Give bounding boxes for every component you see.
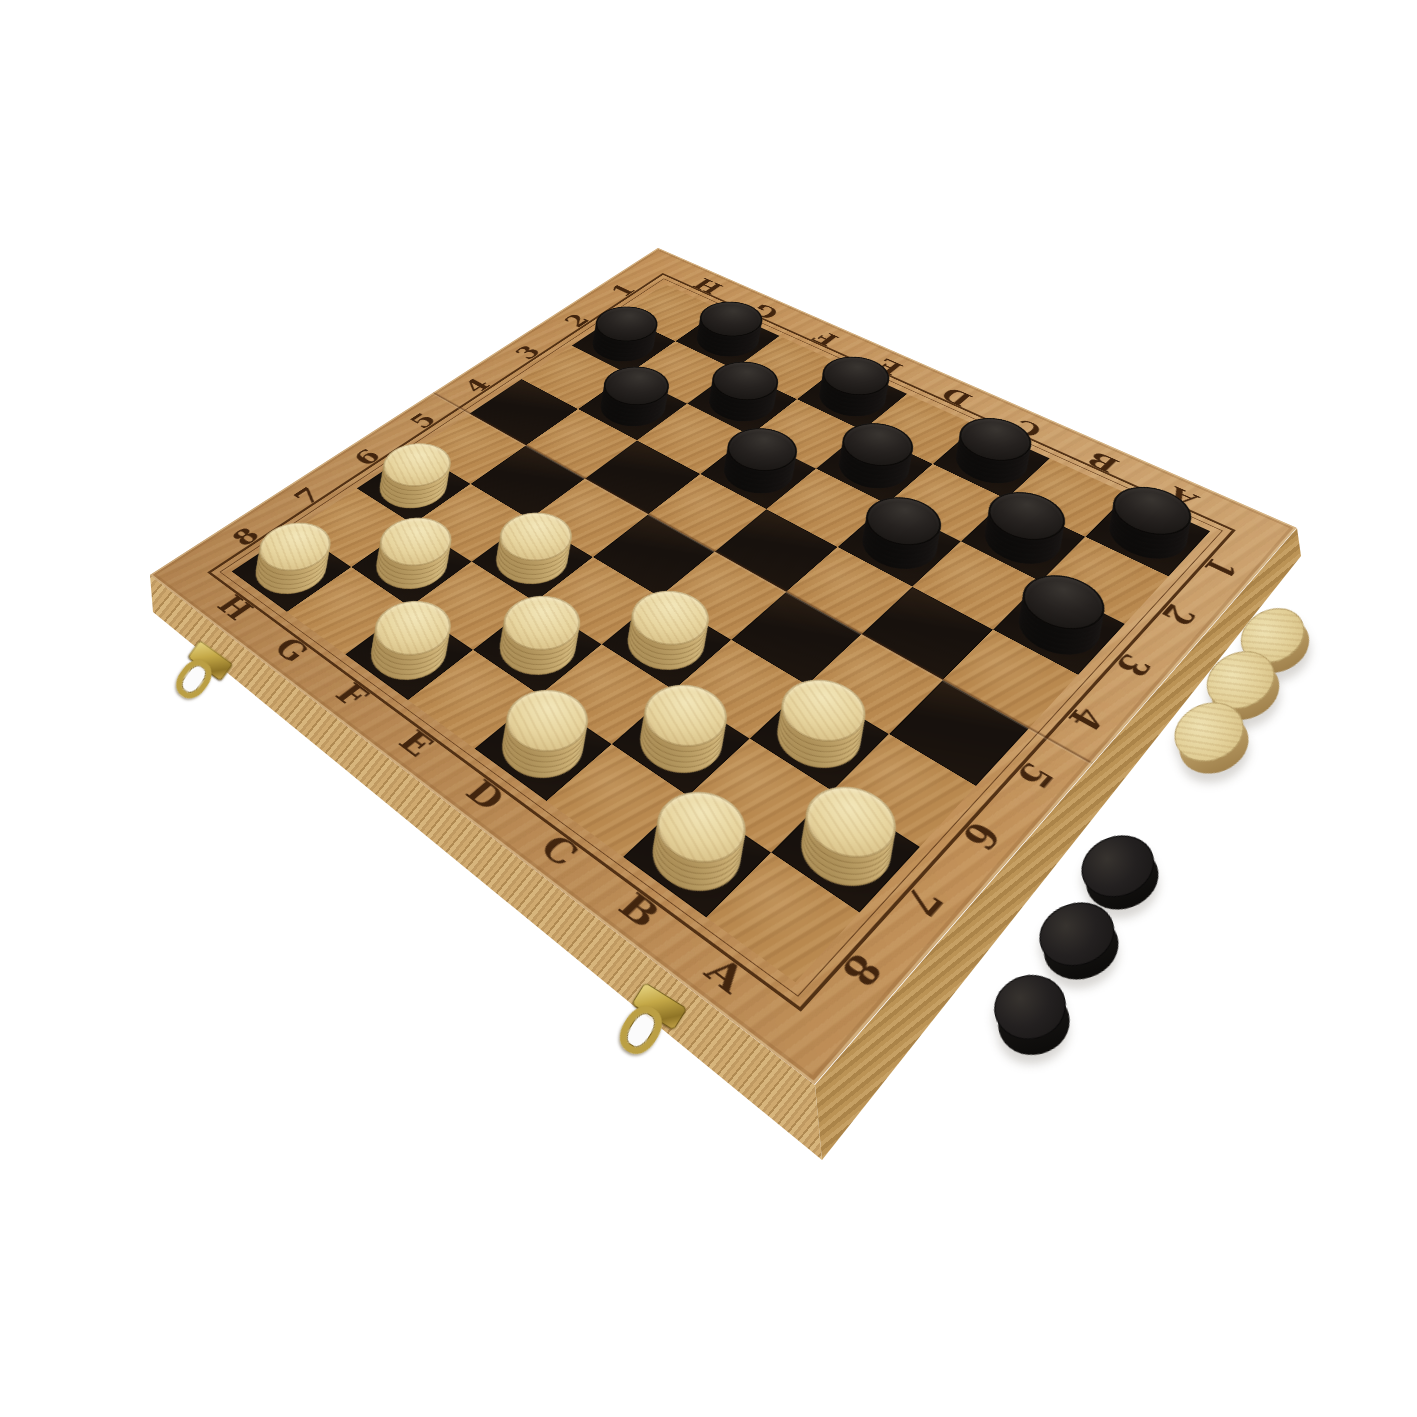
scene: HH11GG22FF33EE44DD55CC66BB77AA88 (0, 0, 1417, 1417)
